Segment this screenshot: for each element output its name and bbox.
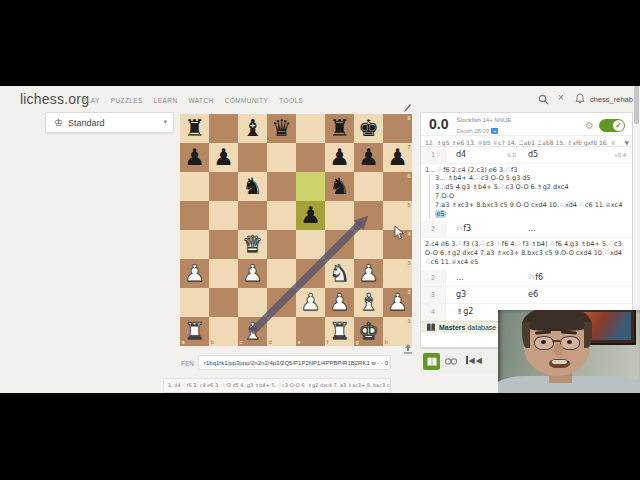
top-nav: PLAYPUZZLESLEARNWATCHCOMMUNITYTOOLS [82,97,314,104]
engine-meta: Stockfish 14+ NNUE Depth 28/29+ [456,113,511,135]
square-b6[interactable] [209,172,238,201]
square-d2[interactable] [267,288,296,317]
square-h8[interactable]: 8 [383,114,412,143]
nav-item-watch[interactable]: WATCH [189,97,214,104]
square-f8[interactable]: ♜ [325,114,354,143]
white-piece-e2[interactable]: ♟ [296,288,325,317]
file-coord: d [269,339,272,345]
square-f2[interactable]: ♟ [325,288,354,317]
square-h3[interactable]: 3 [383,259,412,288]
square-c8[interactable]: ♝ [238,114,267,143]
square-f4[interactable] [325,230,354,259]
square-c2[interactable] [238,288,267,317]
rank-coord: 7 [407,144,410,150]
file-coord: e [298,339,301,345]
square-f7[interactable]: ♟ [325,143,354,172]
streamer-hair [522,310,592,331]
gear-icon[interactable]: ⚙ [585,120,594,131]
square-b7[interactable]: ♟ [209,143,238,172]
masters-tab[interactable]: Masters database [439,324,496,331]
variation-line[interactable]: 2.c4 e6 3.♘f3 (3.♘c3 ♘f6 4.♘f3 ♗b4) ♘f6 … [425,240,629,249]
file-coord: g [356,339,359,345]
square-a7[interactable]: ♟ [180,143,209,172]
square-c6[interactable]: ♞ [238,172,267,201]
rank-coord: 2 [407,289,410,295]
square-a8[interactable]: ♜ [180,114,209,143]
engine-toggle[interactable]: ✓ [599,119,625,132]
variation-line[interactable]: 7.a3 ♗xc3+ 8.bxc3 c5 9.O-O cxd4 10.♘xd4 … [435,201,629,219]
square-c7[interactable] [238,143,267,172]
white-piece-g2[interactable]: ♝ [354,288,383,317]
square-a1[interactable]: ♜a [180,317,209,346]
square-b8[interactable] [209,114,238,143]
file-coord: c [240,339,243,345]
cloud-eval-badge: + [491,128,498,134]
upload-icon[interactable] [403,344,413,354]
white-piece-f3[interactable]: ♞ [325,259,354,288]
square-b3[interactable] [209,259,238,288]
move-row[interactable]: 2...♘f6 [421,270,632,287]
file-coord: b [211,339,214,345]
square-b4[interactable] [209,230,238,259]
nav-item-learn[interactable]: LEARN [154,97,178,104]
letterbox-bottom [0,393,640,480]
square-e2[interactable]: ♟ [296,288,325,317]
move-rows: 2♘f3... [421,221,632,238]
move-row[interactable]: 2♘f3... [421,221,632,238]
square-e1[interactable]: e [296,317,325,346]
rank-coord: 8 [407,115,410,121]
engine-name: Stockfish 14+ NNUE [456,117,511,123]
variation-line[interactable]: O-O 6.♗g2 dxc4 7.a3 ♗xc3+ 8.bxc3 c5 9.O-… [425,249,629,258]
black-piece-d8[interactable]: ♛ [267,114,296,143]
square-f5[interactable] [325,201,354,230]
nav-item-puzzles[interactable]: PUZZLES [111,97,143,104]
rank-coord: 3 [407,260,410,266]
square-h1[interactable]: h1 [383,317,412,346]
fen-label: FEN [181,360,194,367]
pgn-input[interactable]: 1. d4 ♘f6 2. c4 e6 3. ♘f3 d5 4. g3 ♗b4+ … [163,378,391,393]
square-a5[interactable] [180,201,209,230]
rank-coord: 4 [407,231,410,237]
square-c4[interactable]: ♛ [238,230,267,259]
board-menu-icon[interactable] [402,103,412,113]
black-piece-c6[interactable]: ♞ [238,172,267,201]
black-piece-b7[interactable]: ♟ [209,143,238,172]
book-icon [427,357,437,367]
square-b5[interactable] [209,201,238,230]
file-coord: h [385,339,388,345]
variation-line[interactable]: 3... ♗b4+ 4.♘c3 O-O 5.g3 d5 [435,174,629,183]
square-f3[interactable]: ♞ [325,259,354,288]
square-h6[interactable]: 6 [383,172,412,201]
variation-tree-2[interactable]: 2.c4 e6 3.♘f3 (3.♘c3 ♘f6 4.♘f3 ♗b4) ♘f6 … [421,238,632,269]
black-piece-a8[interactable]: ♜ [180,114,209,143]
square-c5[interactable] [238,201,267,230]
letterbox-top [0,0,640,86]
square-e6[interactable] [296,172,325,201]
video-frame: lichess.org PLAYPUZZLESLEARNWATCHCOMMUNI… [0,0,640,480]
goggles-icon[interactable] [445,356,457,367]
move-row[interactable]: 3g3e6 [421,287,632,304]
white-piece-f1[interactable]: ♜ [325,317,354,346]
mouse-cursor [394,226,404,240]
explorer-toggle-button[interactable] [423,353,440,370]
search-icon[interactable] [538,94,549,105]
square-g7[interactable]: ♟ [354,143,383,172]
fen-input[interactable]: r1bq1rk1/pp3ppp/2n2n2/4p3/2Q5/P1P2NP1/4P… [198,355,391,370]
rank-coord: 5 [407,202,410,208]
square-g4[interactable] [354,230,383,259]
square-h2[interactable]: ♟2 [383,288,412,317]
square-d4[interactable] [267,230,296,259]
square-g3[interactable]: ♟ [354,259,383,288]
square-g8[interactable]: ♚ [354,114,383,143]
square-e3[interactable] [296,259,325,288]
scrollbar-thumb[interactable] [634,86,639,124]
variant-label: Standard [68,118,105,128]
black-piece-f8[interactable]: ♜ [325,114,354,143]
file-coord: a [182,339,185,345]
black-piece-g8[interactable]: ♚ [354,114,383,143]
challenge-icon[interactable]: × [558,92,564,103]
lichess-logo[interactable]: lichess.org [20,91,89,107]
square-a4[interactable] [180,230,209,259]
square-b1[interactable]: b [209,317,238,346]
chevron-down-icon: ▾ [163,118,167,126]
chess-board[interactable]: ♜♝♛♜♚8♟♟♟♟♟7♞♞6♟5♛4♟♟♞♟3♟♟♝♟2♜ab♝cde♜f♚g… [180,114,412,346]
rank-coord: 1 [407,318,410,324]
square-f6[interactable]: ♞ [325,172,354,201]
square-d1[interactable]: d [267,317,296,346]
variation-tree-1[interactable]: 1... ♘f6 2.c4 (2.c3) e6 3.♘f33... ♗b4+ 4… [421,164,632,222]
engine-depth: Depth 28/29 [456,128,489,134]
black-piece-c8[interactable]: ♝ [238,114,267,143]
white-piece-c4[interactable]: ♛ [238,230,267,259]
white-piece-f2[interactable]: ♟ [325,288,354,317]
variation-line[interactable]: ♘c6 11.♕xc4 e5 [425,258,629,267]
square-d5[interactable] [267,201,296,230]
square-d8[interactable]: ♛ [267,114,296,143]
square-e4[interactable] [296,230,325,259]
nav-item-play[interactable]: PLAY [82,97,100,104]
variation-line[interactable]: 1... ♘f6 2.c4 (2.c3) e6 3.♘f3 [425,166,629,175]
username[interactable]: chess_rehab [590,95,633,104]
square-d7[interactable] [267,143,296,172]
black-piece-f6[interactable]: ♞ [325,172,354,201]
black-piece-f7[interactable]: ♟ [325,143,354,172]
go-to-start-icon[interactable]: ◀◀ [466,356,483,365]
engine-pv-line[interactable]: 12. ♗g5 ♗e6 13. ♕b5 ♕c7 14. ♖ab1 ♖ab8 15… [421,136,632,147]
engine-header: 0.0 Stockfish 14+ NNUE Depth 28/29+ ⚙ ✓ [421,113,632,136]
square-g1[interactable]: ♚g [354,317,383,346]
toggle-check-icon: ✓ [613,120,624,131]
webcam-overlay [498,310,640,396]
square-a3[interactable]: ♟ [180,259,209,288]
square-d3[interactable] [267,259,296,288]
square-c3[interactable]: ♟ [238,259,267,288]
black-piece-a7[interactable]: ♟ [180,143,209,172]
square-e8[interactable] [296,114,325,143]
move-rows: 1d40.0d5+0.4 [421,147,632,164]
square-g5[interactable] [354,201,383,230]
black-piece-g7[interactable]: ♟ [354,143,383,172]
variation-line[interactable]: 7.O-O [435,192,629,201]
bell-icon[interactable] [575,93,585,104]
nav-item-community[interactable]: COMMUNITY [225,97,269,104]
black-piece-e5[interactable]: ♟ [296,201,325,230]
eval-score: 0.0 [429,116,448,132]
white-piece-a3[interactable]: ♟ [180,259,209,288]
square-a2[interactable] [180,288,209,317]
square-d6[interactable] [267,172,296,201]
white-piece-c3[interactable]: ♟ [238,259,267,288]
square-a6[interactable] [180,172,209,201]
rank-coord: 6 [407,173,410,179]
current-move[interactable]: e5 [435,210,446,218]
crown-icon: ♔ [54,117,63,128]
nav-item-tools[interactable]: TOOLS [279,97,303,104]
square-e5[interactable]: ♟ [296,201,325,230]
file-coord: f [327,339,329,345]
square-f1[interactable]: ♜f [325,317,354,346]
book-icon [427,323,435,332]
square-g6[interactable] [354,172,383,201]
square-h7[interactable]: ♟7 [383,143,412,172]
square-g2[interactable]: ♝ [354,288,383,317]
square-c1[interactable]: ♝c [238,317,267,346]
variation-line[interactable]: 3...d5 4.g3 ♗b4+ 5.♘c3 O-O 6.♗g2 dxc4 [435,183,629,192]
move-row[interactable]: 1d40.0d5+0.4 [421,147,632,164]
square-b2[interactable] [209,288,238,317]
white-piece-g3[interactable]: ♟ [354,259,383,288]
variant-select[interactable]: ♔ Standard ▾ [45,112,174,133]
square-e7[interactable] [296,143,325,172]
pv-expand-icon[interactable]: ▼ [624,136,629,147]
